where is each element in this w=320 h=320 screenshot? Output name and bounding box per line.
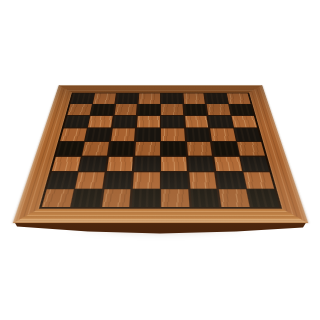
square-h3 (240, 156, 269, 171)
square-g4 (212, 142, 239, 156)
board-frame-bottom (13, 207, 308, 223)
square-d8 (139, 93, 160, 103)
square-h1 (247, 189, 279, 207)
square-e6 (161, 116, 184, 128)
square-a2 (47, 172, 77, 188)
square-d7 (138, 104, 160, 115)
square-h4 (237, 142, 265, 156)
square-h8 (227, 93, 250, 103)
square-f8 (183, 93, 205, 103)
square-a3 (52, 156, 81, 171)
square-g3 (214, 156, 242, 171)
square-a7 (67, 104, 91, 115)
square-f5 (186, 128, 211, 141)
square-c5 (111, 128, 136, 141)
square-b7 (91, 104, 115, 115)
square-c2 (104, 172, 132, 188)
square-b3 (79, 156, 107, 171)
square-f3 (188, 156, 215, 171)
square-b2 (76, 172, 105, 188)
board-grid (39, 93, 282, 209)
square-f6 (185, 116, 209, 128)
square-b8 (93, 93, 116, 103)
square-c6 (113, 116, 137, 128)
square-c4 (109, 142, 135, 156)
square-g2 (216, 172, 245, 188)
chessboard (40, 21, 281, 262)
square-c3 (107, 156, 134, 171)
square-d2 (133, 172, 160, 188)
square-h6 (232, 116, 257, 128)
square-e1 (161, 189, 189, 207)
square-e3 (161, 156, 187, 171)
square-a1 (42, 189, 74, 207)
square-d5 (136, 128, 160, 141)
square-c1 (102, 189, 131, 207)
square-d6 (137, 116, 160, 128)
square-e5 (161, 128, 185, 141)
square-g5 (210, 128, 236, 141)
square-d1 (131, 189, 159, 207)
square-h2 (244, 172, 274, 188)
square-a8 (71, 93, 94, 103)
square-f4 (187, 142, 213, 156)
square-c7 (114, 104, 137, 115)
square-b1 (72, 189, 103, 207)
square-e7 (161, 104, 183, 115)
square-f1 (190, 189, 219, 207)
square-d3 (134, 156, 160, 171)
square-a5 (60, 128, 86, 141)
square-f7 (184, 104, 207, 115)
chessboard-top-surface (13, 85, 308, 223)
square-c8 (116, 93, 138, 103)
square-a4 (56, 142, 84, 156)
square-e4 (161, 142, 186, 156)
square-f2 (189, 172, 217, 188)
product-photo (0, 0, 320, 320)
square-h5 (234, 128, 260, 141)
square-b5 (85, 128, 111, 141)
square-e2 (161, 172, 188, 188)
square-b4 (82, 142, 109, 156)
square-g7 (207, 104, 231, 115)
square-h7 (229, 104, 253, 115)
square-d4 (135, 142, 160, 156)
square-g1 (219, 189, 250, 207)
square-b6 (88, 116, 113, 128)
square-a6 (64, 116, 89, 128)
square-g8 (205, 93, 228, 103)
square-e8 (161, 93, 182, 103)
square-g6 (208, 116, 233, 128)
